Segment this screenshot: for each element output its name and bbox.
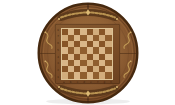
- file-label: h: [108, 81, 115, 85]
- rank-label: 3: [56, 61, 60, 68]
- file-label: b: [67, 81, 74, 85]
- rank-coordinates: 8 7 6 5 4 3 2 1: [56, 28, 60, 82]
- board-square[interactable]: [105, 72, 111, 78]
- file-label: a: [61, 81, 68, 85]
- round-chess-board-photo: a b c d e f g h 8 7 6 5 4 3 2 1: [0, 0, 175, 105]
- file-label: c: [74, 81, 81, 85]
- file-label: e: [88, 81, 95, 85]
- file-label: d: [81, 81, 88, 85]
- board-frame: a b c d e f g h 8 7 6 5 4 3 2 1: [55, 24, 120, 84]
- rank-label: 4: [56, 55, 60, 62]
- file-label: g: [101, 81, 108, 85]
- rank-label: 8: [56, 28, 60, 35]
- file-label: f: [94, 81, 101, 85]
- chess-grid: [61, 28, 113, 80]
- rank-label: 6: [56, 41, 60, 48]
- rank-label: 5: [56, 48, 60, 55]
- rank-label: 1: [56, 75, 60, 82]
- file-coordinates: a b c d e f g h: [61, 81, 115, 85]
- rank-label: 7: [56, 34, 60, 41]
- rank-label: 2: [56, 68, 60, 75]
